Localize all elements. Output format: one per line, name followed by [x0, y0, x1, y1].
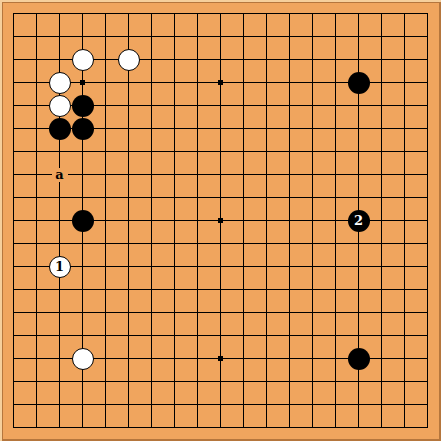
star-point — [218, 80, 223, 85]
stone-black — [348, 348, 370, 370]
stone-white — [118, 49, 140, 71]
stone-white-move-1: 1 — [49, 256, 71, 278]
move-number: 1 — [55, 260, 64, 273]
stone-black — [348, 72, 370, 94]
stone-black-move-2: 2 — [348, 210, 370, 232]
stone-black — [72, 210, 94, 232]
stone-black — [72, 95, 94, 117]
stone-black — [72, 118, 94, 140]
stone-black — [49, 118, 71, 140]
star-point — [218, 356, 223, 361]
stone-white — [72, 49, 94, 71]
point-label-a: a — [52, 168, 68, 182]
stone-white — [49, 72, 71, 94]
stone-white — [49, 95, 71, 117]
star-point — [80, 80, 85, 85]
star-point — [218, 218, 223, 223]
move-number: 2 — [354, 214, 363, 227]
stone-white — [72, 348, 94, 370]
go-board: 12 a — [0, 0, 441, 441]
